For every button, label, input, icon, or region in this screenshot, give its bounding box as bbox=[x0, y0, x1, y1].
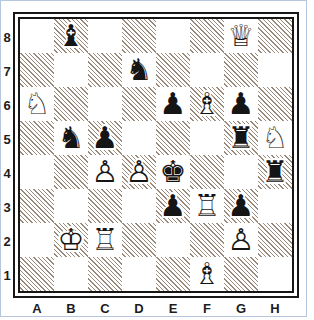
rank-labels: 87654321 bbox=[0, 20, 14, 292]
white-bishop[interactable]: ♝♗ bbox=[190, 257, 224, 291]
square-c3[interactable] bbox=[88, 189, 122, 223]
piece-glyph: ♟ bbox=[156, 87, 190, 121]
square-e6[interactable]: ♟♟ bbox=[156, 87, 190, 121]
black-pawn[interactable]: ♟♟ bbox=[156, 87, 190, 121]
square-e8[interactable] bbox=[156, 19, 190, 53]
black-rook[interactable]: ♜♜ bbox=[224, 121, 258, 155]
square-d8[interactable] bbox=[122, 19, 156, 53]
square-e5[interactable] bbox=[156, 121, 190, 155]
square-g7[interactable] bbox=[224, 53, 258, 87]
black-pawn[interactable]: ♟♟ bbox=[156, 189, 190, 223]
file-label-e: E bbox=[156, 299, 190, 318]
piece-glyph: ♕ bbox=[224, 19, 258, 53]
rank-label-6: 6 bbox=[0, 88, 14, 122]
square-h8[interactable] bbox=[258, 19, 292, 53]
piece-glyph: ♘ bbox=[20, 87, 54, 121]
rank-label-1: 1 bbox=[0, 258, 14, 292]
rank-label-3: 3 bbox=[0, 190, 14, 224]
file-label-h: H bbox=[258, 299, 292, 318]
file-label-g: G bbox=[224, 299, 258, 318]
white-knight[interactable]: ♞♘ bbox=[258, 121, 292, 155]
file-labels: ABCDEFGH bbox=[20, 299, 292, 318]
piece-glyph: ♜ bbox=[224, 121, 258, 155]
rank-label-7: 7 bbox=[0, 54, 14, 88]
square-d6[interactable] bbox=[122, 87, 156, 121]
black-rook[interactable]: ♜♜ bbox=[258, 155, 292, 189]
square-g1[interactable] bbox=[224, 257, 258, 291]
square-e3[interactable]: ♟♟ bbox=[156, 189, 190, 223]
square-d5[interactable] bbox=[122, 121, 156, 155]
piece-glyph: ♚ bbox=[156, 155, 190, 189]
white-pawn[interactable]: ♟♙ bbox=[88, 155, 122, 189]
square-b4[interactable] bbox=[54, 155, 88, 189]
square-c6[interactable] bbox=[88, 87, 122, 121]
square-b3[interactable] bbox=[54, 189, 88, 223]
black-pawn[interactable]: ♟♟ bbox=[88, 121, 122, 155]
piece-glyph: ♖ bbox=[88, 223, 122, 257]
piece-glyph: ♔ bbox=[54, 223, 88, 257]
square-e7[interactable] bbox=[156, 53, 190, 87]
file-label-a: A bbox=[20, 299, 54, 318]
white-pawn[interactable]: ♟♙ bbox=[224, 223, 258, 257]
square-e2[interactable] bbox=[156, 223, 190, 257]
board-frame: ♝♝♛♕♞♞♞♘♟♟♝♗♟♟♞♞♟♟♜♜♞♘♟♙♟♙♚♚♜♜♟♟♜♖♟♟♚♔♜♖… bbox=[13, 12, 299, 298]
square-c2[interactable]: ♜♖ bbox=[88, 223, 122, 257]
square-a8[interactable] bbox=[20, 19, 54, 53]
black-pawn[interactable]: ♟♟ bbox=[224, 87, 258, 121]
white-knight[interactable]: ♞♘ bbox=[20, 87, 54, 121]
piece-glyph: ♗ bbox=[190, 87, 224, 121]
square-f7[interactable] bbox=[190, 53, 224, 87]
square-a4[interactable] bbox=[20, 155, 54, 189]
square-a2[interactable] bbox=[20, 223, 54, 257]
rank-label-8: 8 bbox=[0, 20, 14, 54]
chess-diagram-image: 87654321 ♝♝♛♕♞♞♞♘♟♟♝♗♟♟♞♞♟♟♜♜♞♘♟♙♟♙♚♚♜♜♟… bbox=[0, 0, 314, 320]
square-h3[interactable] bbox=[258, 189, 292, 223]
square-f2[interactable] bbox=[190, 223, 224, 257]
black-pawn[interactable]: ♟♟ bbox=[224, 189, 258, 223]
square-a5[interactable] bbox=[20, 121, 54, 155]
white-bishop[interactable]: ♝♗ bbox=[190, 87, 224, 121]
square-b2[interactable]: ♚♔ bbox=[54, 223, 88, 257]
square-a6[interactable]: ♞♘ bbox=[20, 87, 54, 121]
square-g2[interactable]: ♟♙ bbox=[224, 223, 258, 257]
black-king[interactable]: ♚♚ bbox=[156, 155, 190, 189]
square-e4[interactable]: ♚♚ bbox=[156, 155, 190, 189]
square-b7[interactable] bbox=[54, 53, 88, 87]
piece-glyph: ♗ bbox=[190, 257, 224, 291]
piece-glyph: ♞ bbox=[122, 53, 156, 87]
black-bishop[interactable]: ♝♝ bbox=[54, 19, 88, 53]
piece-glyph: ♟ bbox=[88, 121, 122, 155]
square-h1[interactable] bbox=[258, 257, 292, 291]
piece-glyph: ♞ bbox=[54, 121, 88, 155]
square-h2[interactable] bbox=[258, 223, 292, 257]
square-c1[interactable] bbox=[88, 257, 122, 291]
piece-glyph: ♝ bbox=[54, 19, 88, 53]
rank-label-4: 4 bbox=[0, 156, 14, 190]
square-g3[interactable]: ♟♟ bbox=[224, 189, 258, 223]
square-b6[interactable] bbox=[54, 87, 88, 121]
square-c7[interactable] bbox=[88, 53, 122, 87]
file-label-c: C bbox=[88, 299, 122, 318]
square-d3[interactable] bbox=[122, 189, 156, 223]
piece-glyph: ♙ bbox=[224, 223, 258, 257]
piece-glyph: ♙ bbox=[122, 155, 156, 189]
piece-glyph: ♙ bbox=[88, 155, 122, 189]
square-f4[interactable] bbox=[190, 155, 224, 189]
piece-glyph: ♘ bbox=[258, 121, 292, 155]
square-b8[interactable]: ♝♝ bbox=[54, 19, 88, 53]
square-h5[interactable]: ♞♘ bbox=[258, 121, 292, 155]
chess-board: ♝♝♛♕♞♞♞♘♟♟♝♗♟♟♞♞♟♟♜♜♞♘♟♙♟♙♚♚♜♜♟♟♜♖♟♟♚♔♜♖… bbox=[18, 17, 294, 293]
piece-glyph: ♟ bbox=[224, 189, 258, 223]
square-a7[interactable] bbox=[20, 53, 54, 87]
square-f5[interactable] bbox=[190, 121, 224, 155]
square-c5[interactable]: ♟♟ bbox=[88, 121, 122, 155]
square-a3[interactable] bbox=[20, 189, 54, 223]
square-b5[interactable]: ♞♞ bbox=[54, 121, 88, 155]
white-rook[interactable]: ♜♖ bbox=[88, 223, 122, 257]
piece-glyph: ♜ bbox=[258, 155, 292, 189]
square-c4[interactable]: ♟♙ bbox=[88, 155, 122, 189]
square-g8[interactable]: ♛♕ bbox=[224, 19, 258, 53]
piece-glyph: ♟ bbox=[224, 87, 258, 121]
square-f3[interactable]: ♜♖ bbox=[190, 189, 224, 223]
black-knight[interactable]: ♞♞ bbox=[54, 121, 88, 155]
black-knight[interactable]: ♞♞ bbox=[122, 53, 156, 87]
square-g4[interactable] bbox=[224, 155, 258, 189]
square-c8[interactable] bbox=[88, 19, 122, 53]
square-f6[interactable]: ♝♗ bbox=[190, 87, 224, 121]
square-b1[interactable] bbox=[54, 257, 88, 291]
white-king[interactable]: ♚♔ bbox=[54, 223, 88, 257]
white-queen[interactable]: ♛♕ bbox=[224, 19, 258, 53]
square-e1[interactable] bbox=[156, 257, 190, 291]
square-f1[interactable]: ♝♗ bbox=[190, 257, 224, 291]
file-label-b: B bbox=[54, 299, 88, 318]
white-rook[interactable]: ♜♖ bbox=[190, 189, 224, 223]
rank-label-5: 5 bbox=[0, 122, 14, 156]
square-a1[interactable] bbox=[20, 257, 54, 291]
rank-label-2: 2 bbox=[0, 224, 14, 258]
white-pawn[interactable]: ♟♙ bbox=[122, 155, 156, 189]
square-d7[interactable]: ♞♞ bbox=[122, 53, 156, 87]
square-d1[interactable] bbox=[122, 257, 156, 291]
square-d4[interactable]: ♟♙ bbox=[122, 155, 156, 189]
file-label-d: D bbox=[122, 299, 156, 318]
file-label-f: F bbox=[190, 299, 224, 318]
piece-glyph: ♟ bbox=[156, 189, 190, 223]
square-h4[interactable]: ♜♜ bbox=[258, 155, 292, 189]
square-h7[interactable] bbox=[258, 53, 292, 87]
square-g6[interactable]: ♟♟ bbox=[224, 87, 258, 121]
square-f8[interactable] bbox=[190, 19, 224, 53]
square-g5[interactable]: ♜♜ bbox=[224, 121, 258, 155]
square-d2[interactable] bbox=[122, 223, 156, 257]
piece-glyph: ♖ bbox=[190, 189, 224, 223]
square-h6[interactable] bbox=[258, 87, 292, 121]
